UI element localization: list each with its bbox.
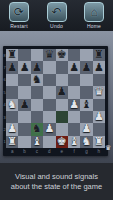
square-c7[interactable]: ♟ <box>31 61 43 73</box>
piece-bN-c2: ♞ <box>32 123 42 135</box>
square-c6[interactable]: ♞ <box>31 74 43 86</box>
square-a8[interactable]: ♜ <box>6 49 18 61</box>
piece-wB-c1: ♝ <box>32 136 42 148</box>
square-b8[interactable] <box>18 49 30 61</box>
restart-button-label: Restart <box>10 23 28 29</box>
square-f4[interactable]: ♟ <box>68 99 80 111</box>
piece-bP-b4: ♟ <box>20 99 30 111</box>
square-f1[interactable]: ♝ <box>68 136 80 148</box>
piece-wP-d2: ♟ <box>44 123 54 135</box>
square-f5[interactable] <box>68 86 80 98</box>
restart-button-group: ⟳ Restart <box>7 2 31 29</box>
piece-wP-f4: ♟ <box>69 99 79 111</box>
square-g7[interactable]: ♟ <box>80 61 92 73</box>
square-b2[interactable] <box>18 123 30 135</box>
caption-line-2: about the state of the game <box>11 182 102 192</box>
caption-line-1: Visual and sound signals <box>15 172 98 182</box>
piece-bR-a8: ♜ <box>7 49 17 61</box>
undo-icon: ↶ <box>51 6 61 18</box>
square-f8[interactable] <box>68 49 80 61</box>
file-label-f: f <box>68 149 80 155</box>
square-c8[interactable] <box>31 49 43 61</box>
square-d7[interactable] <box>43 61 55 73</box>
square-c1[interactable]: ♝ <box>31 136 43 148</box>
piece-bP-g7: ♟ <box>82 62 92 74</box>
square-d3[interactable] <box>43 111 55 123</box>
square-h1[interactable]: ♜ <box>93 136 105 148</box>
square-a1[interactable]: ♜ <box>6 136 18 148</box>
square-d4[interactable] <box>43 99 55 111</box>
piece-bR-h8: ♜ <box>94 49 104 61</box>
restart-icon: ⟳ <box>14 6 24 18</box>
square-g2[interactable]: ♟ <box>80 123 92 135</box>
square-c3[interactable] <box>31 111 43 123</box>
square-g8[interactable] <box>80 49 92 61</box>
square-h5[interactable]: ♛ <box>93 86 105 98</box>
piece-wP-a2: ♟ <box>7 123 17 135</box>
piece-wN-a4: ♞ <box>7 99 17 111</box>
square-e3[interactable] <box>56 111 68 123</box>
square-f2[interactable] <box>68 123 80 135</box>
square-d1[interactable] <box>43 136 55 148</box>
chess-board-frame: 87654321 ♜♛♚♜♟♟♟♟♟♟♞♟♛♞♟♟♝♟♟♞♟♟♜♝♚♝♞♜ ab… <box>3 46 108 156</box>
square-g5[interactable] <box>80 86 92 98</box>
piece-wQ-h5: ♛ <box>94 86 104 98</box>
piece-wK-e1: ♚ <box>57 136 67 148</box>
undo-button-label: Undo <box>50 23 63 29</box>
square-h2[interactable] <box>93 123 105 135</box>
file-label-g: g <box>80 149 92 155</box>
square-b5[interactable] <box>18 86 30 98</box>
square-h4[interactable] <box>93 99 105 111</box>
square-e7[interactable] <box>56 61 68 73</box>
square-a2[interactable]: ♟ <box>6 123 18 135</box>
file-label-e: e <box>56 149 68 155</box>
file-label-a: a <box>6 149 18 155</box>
square-g6[interactable] <box>80 74 92 86</box>
square-g3[interactable] <box>80 111 92 123</box>
square-b7[interactable]: ♟ <box>18 61 30 73</box>
square-a3[interactable] <box>6 111 18 123</box>
undo-button-group: ↶ Undo <box>45 2 69 29</box>
piece-bP-c7: ♟ <box>32 62 42 74</box>
square-d6[interactable] <box>43 74 55 86</box>
square-c5[interactable] <box>31 86 43 98</box>
piece-bP-a7: ♟ <box>7 62 17 74</box>
square-e1[interactable]: ♚ <box>56 136 68 148</box>
captured-piece-indicator: ♛ <box>105 144 111 152</box>
square-e6[interactable] <box>56 74 68 86</box>
square-h3[interactable]: ♟ <box>93 111 105 123</box>
piece-wR-h1: ♜ <box>94 136 104 148</box>
square-c2[interactable]: ♞ <box>31 123 43 135</box>
square-a7[interactable]: ♟ <box>6 61 18 73</box>
piece-bP-e5: ♟ <box>57 86 67 98</box>
square-e2[interactable] <box>56 123 68 135</box>
square-g4[interactable]: ♝ <box>80 99 92 111</box>
piece-wP-h3: ♟ <box>94 111 104 123</box>
file-label-c: c <box>31 149 43 155</box>
chess-board[interactable]: ♜♛♚♜♟♟♟♟♟♟♞♟♛♞♟♟♝♟♟♞♟♟♜♝♚♝♞♜ <box>6 49 105 148</box>
square-f3[interactable] <box>68 111 80 123</box>
piece-bB-g4: ♝ <box>82 99 92 111</box>
piece-wB-f1: ♝ <box>69 136 79 148</box>
file-label-h: h <box>93 149 105 155</box>
piece-bK-e8: ♚ <box>57 49 67 61</box>
restart-button[interactable]: ⟳ <box>9 2 29 22</box>
square-h6[interactable] <box>93 74 105 86</box>
square-b4[interactable]: ♟ <box>18 99 30 111</box>
piece-bP-b7: ♟ <box>20 62 30 74</box>
square-b3[interactable] <box>18 111 30 123</box>
piece-bP-h7: ♟ <box>94 62 104 74</box>
home-button-group: ⌂ Home <box>82 2 106 29</box>
square-b6[interactable] <box>18 74 30 86</box>
square-e5[interactable]: ♟ <box>56 86 68 98</box>
caption-panel: Visual and sound signals about the state… <box>0 163 113 200</box>
square-f6[interactable] <box>68 74 80 86</box>
piece-bQ-d8: ♛ <box>44 49 54 61</box>
square-f7[interactable]: ♟ <box>68 61 80 73</box>
toolbar: ⟳ Restart ↶ Undo ⌂ Home <box>0 0 113 31</box>
square-e4[interactable] <box>56 99 68 111</box>
piece-wN-g1: ♞ <box>82 136 92 148</box>
piece-bN-c6: ♞ <box>32 74 42 86</box>
square-h8[interactable]: ♜ <box>93 49 105 61</box>
file-label-d: d <box>43 149 55 155</box>
file-label-b: b <box>18 149 30 155</box>
square-g1[interactable]: ♞ <box>80 136 92 148</box>
square-a5[interactable] <box>6 86 18 98</box>
square-a6[interactable] <box>6 74 18 86</box>
square-b1[interactable] <box>18 136 30 148</box>
square-c4[interactable] <box>31 99 43 111</box>
piece-bP-f7: ♟ <box>69 62 79 74</box>
home-button[interactable]: ⌂ <box>84 2 104 22</box>
file-labels: abcdefgh <box>6 149 105 155</box>
piece-wP-g2: ♟ <box>82 123 92 135</box>
piece-wR-a1: ♜ <box>7 136 17 148</box>
undo-button[interactable]: ↶ <box>47 2 67 22</box>
square-h7[interactable]: ♟ <box>93 61 105 73</box>
home-icon: ⌂ <box>90 6 97 18</box>
home-button-label: Home <box>87 23 101 29</box>
square-a4[interactable]: ♞ <box>6 99 18 111</box>
square-d8[interactable]: ♛ <box>43 49 55 61</box>
square-d5[interactable] <box>43 86 55 98</box>
square-d2[interactable]: ♟ <box>43 123 55 135</box>
square-e8[interactable]: ♚ <box>56 49 68 61</box>
